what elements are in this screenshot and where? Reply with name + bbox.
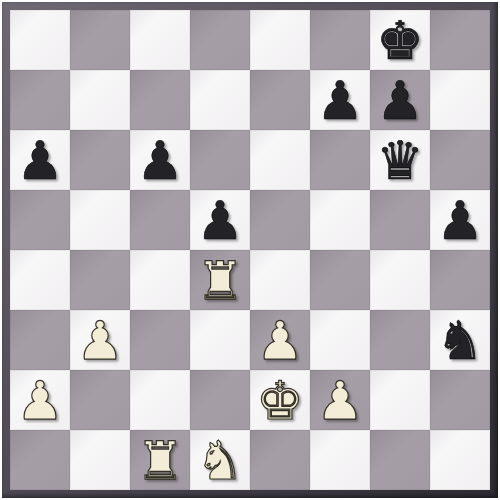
square-b1[interactable]	[70, 430, 130, 490]
square-d5[interactable]: ♟	[190, 190, 250, 250]
square-a3[interactable]	[10, 310, 70, 370]
square-f6[interactable]	[310, 130, 370, 190]
square-d3[interactable]	[190, 310, 250, 370]
square-g4[interactable]	[370, 250, 430, 310]
square-g2[interactable]	[370, 370, 430, 430]
square-g8[interactable]: ♚	[370, 10, 430, 70]
square-c7[interactable]	[130, 70, 190, 130]
square-e7[interactable]	[250, 70, 310, 130]
chess-diagram: ♚♟♟♟♟♛♟♟♜♟♟♞♟♚♟♜♞	[0, 0, 500, 500]
square-f5[interactable]	[310, 190, 370, 250]
square-d1[interactable]: ♞	[190, 430, 250, 490]
square-e3[interactable]: ♟	[250, 310, 310, 370]
white-pawn-f2[interactable]: ♟	[316, 374, 364, 427]
black-pawn-f7[interactable]: ♟	[316, 74, 364, 127]
board-frame: ♚♟♟♟♟♛♟♟♜♟♟♞♟♚♟♜♞	[2, 2, 498, 498]
square-c5[interactable]	[130, 190, 190, 250]
square-a7[interactable]	[10, 70, 70, 130]
square-h7[interactable]	[430, 70, 490, 130]
black-pawn-c6[interactable]: ♟	[136, 134, 184, 187]
black-king-g8[interactable]: ♚	[376, 14, 424, 67]
square-a4[interactable]	[10, 250, 70, 310]
square-c8[interactable]	[130, 10, 190, 70]
square-c1[interactable]: ♜	[130, 430, 190, 490]
black-knight-h3[interactable]: ♞	[436, 314, 484, 367]
black-pawn-h5[interactable]: ♟	[436, 194, 484, 247]
square-e1[interactable]	[250, 430, 310, 490]
square-f1[interactable]	[310, 430, 370, 490]
square-a2[interactable]: ♟	[10, 370, 70, 430]
square-d7[interactable]	[190, 70, 250, 130]
white-rook-c1[interactable]: ♜	[136, 434, 184, 487]
square-e5[interactable]	[250, 190, 310, 250]
square-a8[interactable]	[10, 10, 70, 70]
square-f2[interactable]: ♟	[310, 370, 370, 430]
square-e6[interactable]	[250, 130, 310, 190]
square-e4[interactable]	[250, 250, 310, 310]
square-b6[interactable]	[70, 130, 130, 190]
white-rook-d4[interactable]: ♜	[196, 254, 244, 307]
square-e2[interactable]: ♚	[250, 370, 310, 430]
square-c3[interactable]	[130, 310, 190, 370]
square-f4[interactable]	[310, 250, 370, 310]
square-b5[interactable]	[70, 190, 130, 250]
white-pawn-e3[interactable]: ♟	[256, 314, 304, 367]
black-pawn-d5[interactable]: ♟	[196, 194, 244, 247]
white-king-e2[interactable]: ♚	[256, 374, 304, 427]
square-c2[interactable]	[130, 370, 190, 430]
square-h6[interactable]	[430, 130, 490, 190]
square-g6[interactable]: ♛	[370, 130, 430, 190]
square-g3[interactable]	[370, 310, 430, 370]
square-h4[interactable]	[430, 250, 490, 310]
black-pawn-g7[interactable]: ♟	[376, 74, 424, 127]
square-g1[interactable]	[370, 430, 430, 490]
square-h5[interactable]: ♟	[430, 190, 490, 250]
white-pawn-b3[interactable]: ♟	[76, 314, 124, 367]
square-f3[interactable]	[310, 310, 370, 370]
square-b3[interactable]: ♟	[70, 310, 130, 370]
square-b4[interactable]	[70, 250, 130, 310]
square-h2[interactable]	[430, 370, 490, 430]
square-d4[interactable]: ♜	[190, 250, 250, 310]
square-e8[interactable]	[250, 10, 310, 70]
square-h1[interactable]	[430, 430, 490, 490]
square-f8[interactable]	[310, 10, 370, 70]
black-queen-g6[interactable]: ♛	[376, 134, 424, 187]
white-knight-d1[interactable]: ♞	[196, 434, 244, 487]
square-b8[interactable]	[70, 10, 130, 70]
square-c6[interactable]: ♟	[130, 130, 190, 190]
square-g7[interactable]: ♟	[370, 70, 430, 130]
square-h3[interactable]: ♞	[430, 310, 490, 370]
square-b7[interactable]	[70, 70, 130, 130]
square-d8[interactable]	[190, 10, 250, 70]
square-a5[interactable]	[10, 190, 70, 250]
square-a6[interactable]: ♟	[10, 130, 70, 190]
chess-board[interactable]: ♚♟♟♟♟♛♟♟♜♟♟♞♟♚♟♜♞	[10, 10, 490, 490]
square-d6[interactable]	[190, 130, 250, 190]
square-c4[interactable]	[130, 250, 190, 310]
white-pawn-a2[interactable]: ♟	[16, 374, 64, 427]
square-h8[interactable]	[430, 10, 490, 70]
square-b2[interactable]	[70, 370, 130, 430]
square-g5[interactable]	[370, 190, 430, 250]
square-f7[interactable]: ♟	[310, 70, 370, 130]
square-a1[interactable]	[10, 430, 70, 490]
square-d2[interactable]	[190, 370, 250, 430]
black-pawn-a6[interactable]: ♟	[16, 134, 64, 187]
